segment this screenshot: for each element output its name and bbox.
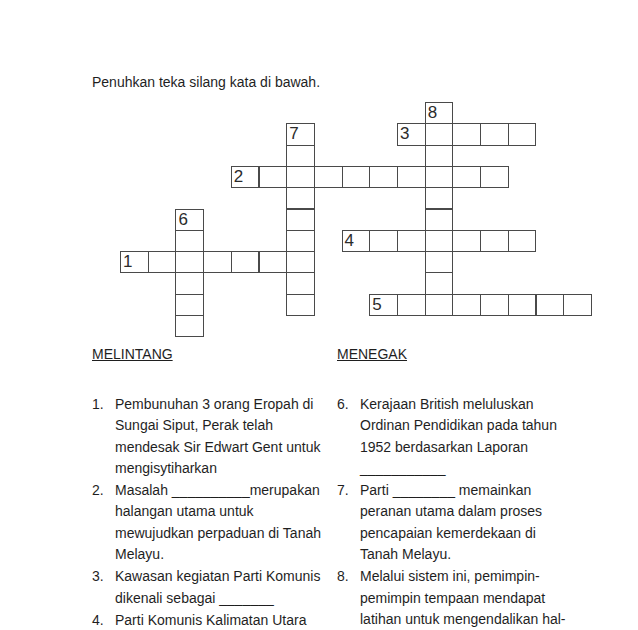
crossword-cell[interactable] [259,166,288,188]
crossword-cell[interactable] [175,251,204,273]
clue-text: Kerajaan British meluluskanOrdinan Pendi… [360,394,589,479]
crossword-cell[interactable] [175,315,204,337]
crossword-cell[interactable]: 1 [120,251,149,273]
clue-item: 6.Kerajaan British meluluskanOrdinan Pen… [337,394,589,479]
cell-number: 6 [178,210,187,230]
clue-line: Sungai Siput, Perak telah [115,415,344,436]
crossword-cell[interactable] [314,166,343,188]
clue-text: Parti ________ memainkanperanan utama da… [360,480,589,565]
clue-line: Parti Komunis Kalimatan Utara [115,610,344,630]
clue-item: 1.Pembunuhan 3 orang Eropah diSungai Sip… [92,394,344,479]
crossword-cell[interactable] [175,230,204,252]
crossword-cell[interactable] [508,123,537,145]
clue-number: 1. [92,394,115,479]
clue-item: 4.Parti Komunis Kalimatan Utara [92,610,344,630]
crossword-cell[interactable] [536,294,565,316]
crossword-cell[interactable] [397,294,426,316]
clue-line: Parti ________ memainkan [360,480,589,501]
clue-number: 4. [92,610,115,630]
clue-line: latihan untuk mengendalikan hal- [360,609,589,630]
crossword-cell[interactable] [452,230,481,252]
crossword-cell[interactable] [425,209,454,231]
crossword-cell[interactable]: 6 [175,209,204,231]
crossword-cell[interactable] [369,166,398,188]
clue-line: Tanah Melayu. [360,544,589,565]
page-title: Penuhkan teka silang kata di bawah. [92,73,320,91]
crossword-grid: 87326415 [120,102,591,337]
down-header: MENEGAK [337,344,589,365]
crossword-cell[interactable] [452,294,481,316]
crossword-cell[interactable] [397,230,426,252]
crossword-cell[interactable] [425,166,454,188]
crossword-cell[interactable] [175,272,204,294]
clue-line: pemimpin tempaan mendapat [360,588,589,609]
crossword-cell[interactable] [452,166,481,188]
clue-item: 8.Melalui sistem ini, pemimpin-pemimpin … [337,566,589,630]
clue-line: dikenali sebagai _______ [115,588,344,609]
cell-number: 1 [123,252,132,272]
clue-item: 7.Parti ________ memainkanperanan utama … [337,480,589,565]
crossword-cell[interactable] [369,230,398,252]
crossword-cell[interactable] [286,187,315,209]
cell-number: 3 [400,124,409,144]
crossword-cell[interactable] [175,294,204,316]
clue-line: mewujudkan perpaduan di Tanah [115,523,344,544]
crossword-cell[interactable] [148,251,177,273]
crossword-cell[interactable] [480,123,509,145]
clue-line: mengisytiharkan [115,458,344,479]
clue-line: Masalah __________merupakan [115,480,344,501]
clue-number: 3. [92,566,115,609]
crossword-cell[interactable] [425,272,454,294]
clue-line: peranan utama dalam proses [360,501,589,522]
clue-line: Melalui sistem ini, pemimpin- [360,566,589,587]
clue-text: Kawasan kegiatan Parti Komunisdikenali s… [115,566,344,609]
crossword-cell[interactable] [425,123,454,145]
cell-number: 4 [345,231,354,251]
down-clue-list: 6.Kerajaan British meluluskanOrdinan Pen… [337,394,589,630]
clue-line: Kawasan kegiatan Parti Komunis [115,566,344,587]
crossword-cell[interactable] [259,251,288,273]
crossword-cell[interactable]: 8 [425,102,454,124]
crossword-cell[interactable] [480,294,509,316]
clue-item: 2.Masalah __________merupakanhalangan ut… [92,480,344,565]
crossword-cell[interactable]: 2 [231,166,260,188]
across-header: MELINTANG [92,344,344,365]
crossword-cell[interactable] [425,251,454,273]
crossword-cell[interactable] [425,187,454,209]
clue-text: Melalui sistem ini, pemimpin-pemimpin te… [360,566,589,630]
across-clues-column: MELINTANG 1.Pembunuhan 3 orang Eropah di… [92,344,344,630]
crossword-cell[interactable] [342,166,371,188]
clue-item: 3.Kawasan kegiatan Parti Komunisdikenali… [92,566,344,609]
clue-number: 7. [337,480,360,565]
clue-number: 6. [337,394,360,479]
crossword-cell[interactable]: 5 [369,294,398,316]
crossword-cell[interactable] [286,209,315,231]
clue-text: Masalah __________merupakanhalangan utam… [115,480,344,565]
clue-line: halangan utama untuk [115,501,344,522]
crossword-cell[interactable] [397,166,426,188]
crossword-cell[interactable] [425,294,454,316]
cell-number: 2 [234,167,243,187]
cell-number: 7 [289,124,298,144]
across-clue-list: 1.Pembunuhan 3 orang Eropah diSungai Sip… [92,394,344,630]
crossword-cell[interactable] [452,123,481,145]
clue-line: Pembunuhan 3 orang Eropah di [115,394,344,415]
crossword-cell[interactable] [286,230,315,252]
clue-line: Melayu. [115,544,344,565]
crossword-cell[interactable] [480,166,509,188]
crossword-cell[interactable] [425,230,454,252]
clue-line: Kerajaan British meluluskan [360,394,589,415]
cell-number: 5 [372,295,381,315]
crossword-cell[interactable]: 3 [397,123,426,145]
crossword-cell[interactable] [480,230,509,252]
worksheet-page: Penuhkan teka silang kata di bawah. 8732… [0,0,638,630]
crossword-cell[interactable] [425,145,454,167]
cell-number: 8 [428,103,437,123]
crossword-cell[interactable] [286,145,315,167]
crossword-cell[interactable] [563,294,592,316]
crossword-cell[interactable]: 4 [342,230,371,252]
clue-line: ___________ [360,458,589,479]
crossword-cell[interactable] [203,251,232,273]
clue-number: 8. [337,566,360,630]
crossword-cell[interactable] [231,251,260,273]
clue-text: Parti Komunis Kalimatan Utara [115,610,344,630]
clue-line: mendesak Sir Edwart Gent untuk [115,437,344,458]
clue-number: 2. [92,480,115,565]
crossword-cell[interactable] [286,272,315,294]
crossword-cell[interactable] [286,166,315,188]
crossword-cell[interactable] [286,251,315,273]
clue-text: Pembunuhan 3 orang Eropah diSungai Siput… [115,394,344,479]
crossword-cell[interactable] [508,230,537,252]
clue-line: Ordinan Pendidikan pada tahun [360,415,589,436]
crossword-cell[interactable] [286,294,315,316]
down-clues-column: MENEGAK 6.Kerajaan British meluluskanOrd… [337,344,589,630]
clue-line: 1952 berdasarkan Laporan [360,437,589,458]
clue-line: pencapaian kemerdekaan di [360,523,589,544]
crossword-cell[interactable]: 7 [286,123,315,145]
crossword-cell[interactable] [508,294,537,316]
